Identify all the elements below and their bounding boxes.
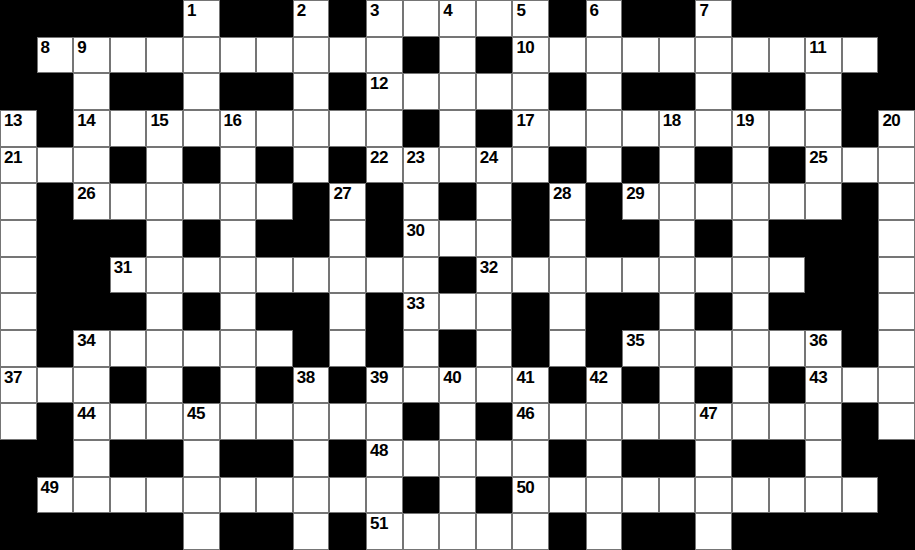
white-cell-r5c0[interactable] <box>0 183 37 220</box>
black-cell-r8c17 <box>622 293 659 330</box>
white-cell-r11c6[interactable] <box>220 403 257 440</box>
black-cell-r0c18 <box>659 0 696 37</box>
white-cell-r9c4[interactable] <box>146 330 183 367</box>
white-cell-r13c12[interactable] <box>439 477 476 514</box>
white-cell-r1c19[interactable] <box>695 37 732 74</box>
black-cell-r12c23 <box>842 440 879 477</box>
white-cell-r3c4[interactable]: 15 <box>146 110 183 147</box>
white-cell-r12c5[interactable] <box>183 440 220 477</box>
white-cell-r12c13[interactable] <box>476 440 513 477</box>
white-cell-r5c20[interactable] <box>732 183 769 220</box>
white-cell-r3c20[interactable]: 19 <box>732 110 769 147</box>
white-cell-r8c20[interactable] <box>732 293 769 330</box>
white-cell-r12c14[interactable] <box>512 440 549 477</box>
white-cell-r7c21[interactable] <box>769 257 806 294</box>
white-cell-r14c11[interactable] <box>403 513 440 550</box>
white-cell-r12c2[interactable] <box>73 440 110 477</box>
white-cell-r13c9[interactable] <box>329 477 366 514</box>
white-cell-r4c4[interactable] <box>146 147 183 184</box>
white-cell-r6c20[interactable] <box>732 220 769 257</box>
white-cell-r10c0[interactable]: 37 <box>0 367 37 404</box>
clue-number-44: 44 <box>77 404 95 423</box>
white-cell-r3c2[interactable]: 14 <box>73 110 110 147</box>
white-cell-r2c5[interactable] <box>183 73 220 110</box>
clue-number-23: 23 <box>407 148 425 167</box>
white-cell-r11c15[interactable] <box>549 403 586 440</box>
white-cell-r4c22[interactable]: 25 <box>805 147 842 184</box>
white-cell-r5c3[interactable] <box>110 183 147 220</box>
black-cell-r14c20 <box>732 513 769 550</box>
white-cell-r4c23[interactable] <box>842 147 879 184</box>
white-cell-r3c22[interactable] <box>805 110 842 147</box>
white-cell-r13c3[interactable] <box>110 477 147 514</box>
white-cell-r7c8[interactable] <box>293 257 330 294</box>
clue-number-6: 6 <box>590 1 599 20</box>
white-cell-r5c5[interactable] <box>183 183 220 220</box>
white-cell-r11c20[interactable] <box>732 403 769 440</box>
white-cell-r11c16[interactable] <box>586 403 623 440</box>
black-cell-r14c4 <box>146 513 183 550</box>
white-cell-r14c8[interactable] <box>293 513 330 550</box>
white-cell-r6c4[interactable] <box>146 220 183 257</box>
white-cell-r4c24[interactable] <box>878 147 915 184</box>
white-cell-r11c8[interactable] <box>293 403 330 440</box>
white-cell-r10c24[interactable] <box>878 367 915 404</box>
white-cell-r10c4[interactable] <box>146 367 183 404</box>
white-cell-r4c2[interactable] <box>73 147 110 184</box>
white-cell-r5c18[interactable] <box>659 183 696 220</box>
white-cell-r9c17[interactable]: 35 <box>622 330 659 367</box>
white-cell-r14c19[interactable] <box>695 513 732 550</box>
white-cell-r1c4[interactable] <box>146 37 183 74</box>
black-cell-r0c4 <box>146 0 183 37</box>
white-cell-r1c16[interactable] <box>586 37 623 74</box>
white-cell-r11c4[interactable] <box>146 403 183 440</box>
black-cell-r6c14 <box>512 220 549 257</box>
clue-number-13: 13 <box>4 111 22 130</box>
white-cell-r1c7[interactable] <box>256 37 293 74</box>
white-cell-r13c16[interactable] <box>586 477 623 514</box>
white-cell-r2c16[interactable] <box>586 73 623 110</box>
black-cell-r12c3 <box>110 440 147 477</box>
white-cell-r5c13[interactable] <box>476 183 513 220</box>
white-cell-r11c21[interactable] <box>769 403 806 440</box>
white-cell-r3c8[interactable] <box>293 110 330 147</box>
clue-number-41: 41 <box>516 368 534 387</box>
white-cell-r2c19[interactable] <box>695 73 732 110</box>
white-cell-r10c6[interactable] <box>220 367 257 404</box>
white-cell-r8c15[interactable] <box>549 293 586 330</box>
white-cell-r7c17[interactable] <box>622 257 659 294</box>
white-cell-r3c16[interactable] <box>586 110 623 147</box>
white-cell-r6c6[interactable] <box>220 220 257 257</box>
white-cell-r5c17[interactable]: 29 <box>622 183 659 220</box>
black-cell-r1c13 <box>476 37 513 74</box>
white-cell-r13c2[interactable] <box>73 477 110 514</box>
clue-number-42: 42 <box>590 368 608 387</box>
white-cell-r3c3[interactable] <box>110 110 147 147</box>
black-cell-r12c6 <box>220 440 257 477</box>
black-cell-r14c24 <box>878 513 915 550</box>
white-cell-r9c11[interactable] <box>403 330 440 367</box>
white-cell-r7c6[interactable] <box>220 257 257 294</box>
white-cell-r14c14[interactable] <box>512 513 549 550</box>
black-cell-r14c9 <box>329 513 366 550</box>
white-cell-r6c11[interactable]: 30 <box>403 220 440 257</box>
white-cell-r7c19[interactable] <box>695 257 732 294</box>
white-cell-r1c8[interactable] <box>293 37 330 74</box>
white-cell-r9c7[interactable] <box>256 330 293 367</box>
black-cell-r9c10 <box>366 330 403 367</box>
white-cell-r7c11[interactable] <box>403 257 440 294</box>
white-cell-r12c22[interactable] <box>805 440 842 477</box>
white-cell-r9c21[interactable] <box>769 330 806 367</box>
clue-number-10: 10 <box>516 38 534 57</box>
white-cell-r4c11[interactable]: 23 <box>403 147 440 184</box>
white-cell-r3c0[interactable]: 13 <box>0 110 37 147</box>
white-cell-r5c4[interactable] <box>146 183 183 220</box>
white-cell-r13c18[interactable] <box>659 477 696 514</box>
white-cell-r11c14[interactable]: 46 <box>512 403 549 440</box>
white-cell-r8c4[interactable] <box>146 293 183 330</box>
white-cell-r8c13[interactable] <box>476 293 513 330</box>
black-cell-r8c23 <box>842 293 879 330</box>
black-cell-r14c6 <box>220 513 257 550</box>
white-cell-r14c12[interactable] <box>439 513 476 550</box>
black-cell-r2c6 <box>220 73 257 110</box>
white-cell-r3c18[interactable]: 18 <box>659 110 696 147</box>
white-cell-r1c15[interactable] <box>549 37 586 74</box>
white-cell-r8c18[interactable] <box>659 293 696 330</box>
black-cell-r6c1 <box>37 220 74 257</box>
white-cell-r5c21[interactable] <box>769 183 806 220</box>
white-cell-r0c8[interactable]: 2 <box>293 0 330 37</box>
white-cell-r11c7[interactable] <box>256 403 293 440</box>
black-cell-r13c11 <box>403 477 440 514</box>
black-cell-r4c17 <box>622 147 659 184</box>
black-cell-r12c15 <box>549 440 586 477</box>
white-cell-r2c11[interactable] <box>403 73 440 110</box>
white-cell-r3c17[interactable] <box>622 110 659 147</box>
white-cell-r11c0[interactable] <box>0 403 37 440</box>
white-cell-r7c3[interactable]: 31 <box>110 257 147 294</box>
white-cell-r10c10[interactable]: 39 <box>366 367 403 404</box>
white-cell-r5c15[interactable]: 28 <box>549 183 586 220</box>
white-cell-r13c14[interactable]: 50 <box>512 477 549 514</box>
white-cell-r3c14[interactable]: 17 <box>512 110 549 147</box>
clue-number-38: 38 <box>297 368 315 387</box>
white-cell-r1c9[interactable] <box>329 37 366 74</box>
white-cell-r0c11[interactable] <box>403 0 440 37</box>
white-cell-r8c12[interactable] <box>439 293 476 330</box>
white-cell-r10c11[interactable] <box>403 367 440 404</box>
black-cell-r2c4 <box>146 73 183 110</box>
black-cell-r2c23 <box>842 73 879 110</box>
white-cell-r12c10[interactable]: 48 <box>366 440 403 477</box>
white-cell-r4c16[interactable] <box>586 147 623 184</box>
white-cell-r11c22[interactable] <box>805 403 842 440</box>
white-cell-r13c7[interactable] <box>256 477 293 514</box>
white-cell-r1c5[interactable] <box>183 37 220 74</box>
white-cell-r9c15[interactable] <box>549 330 586 367</box>
white-cell-r0c19[interactable]: 7 <box>695 0 732 37</box>
white-cell-r11c9[interactable] <box>329 403 366 440</box>
white-cell-r7c16[interactable] <box>586 257 623 294</box>
clue-number-11: 11 <box>809 38 826 57</box>
white-cell-r11c2[interactable]: 44 <box>73 403 110 440</box>
white-cell-r9c20[interactable] <box>732 330 769 367</box>
white-cell-r4c6[interactable] <box>220 147 257 184</box>
white-cell-r13c22[interactable] <box>805 477 842 514</box>
white-cell-r9c2[interactable]: 34 <box>73 330 110 367</box>
white-cell-r2c2[interactable] <box>73 73 110 110</box>
white-cell-r14c5[interactable] <box>183 513 220 550</box>
white-cell-r0c13[interactable] <box>476 0 513 37</box>
white-cell-r10c2[interactable] <box>73 367 110 404</box>
white-cell-r13c21[interactable] <box>769 477 806 514</box>
white-cell-r4c14[interactable] <box>512 147 549 184</box>
black-cell-r6c3 <box>110 220 147 257</box>
white-cell-r7c4[interactable] <box>146 257 183 294</box>
white-cell-r1c22[interactable]: 11 <box>805 37 842 74</box>
white-cell-r3c21[interactable] <box>769 110 806 147</box>
white-cell-r12c19[interactable] <box>695 440 732 477</box>
white-cell-r5c7[interactable] <box>256 183 293 220</box>
white-cell-r12c16[interactable] <box>586 440 623 477</box>
white-cell-r10c18[interactable] <box>659 367 696 404</box>
black-cell-r0c22 <box>805 0 842 37</box>
white-cell-r9c13[interactable] <box>476 330 513 367</box>
white-cell-r2c14[interactable] <box>512 73 549 110</box>
white-cell-r1c23[interactable] <box>842 37 879 74</box>
white-cell-r11c5[interactable]: 45 <box>183 403 220 440</box>
white-cell-r10c16[interactable]: 42 <box>586 367 623 404</box>
white-cell-r5c24[interactable] <box>878 183 915 220</box>
white-cell-r1c10[interactable] <box>366 37 403 74</box>
white-cell-r6c24[interactable] <box>878 220 915 257</box>
white-cell-r11c12[interactable] <box>439 403 476 440</box>
clue-number-29: 29 <box>626 184 644 203</box>
white-cell-r3c7[interactable] <box>256 110 293 147</box>
white-cell-r7c13[interactable]: 32 <box>476 257 513 294</box>
white-cell-r4c8[interactable] <box>293 147 330 184</box>
black-cell-r0c1 <box>37 0 74 37</box>
white-cell-r14c16[interactable] <box>586 513 623 550</box>
clue-number-48: 48 <box>370 441 388 460</box>
black-cell-r2c24 <box>878 73 915 110</box>
white-cell-r9c18[interactable] <box>659 330 696 367</box>
white-cell-r5c9[interactable]: 27 <box>329 183 366 220</box>
black-cell-r13c13 <box>476 477 513 514</box>
white-cell-r9c24[interactable] <box>878 330 915 367</box>
white-cell-r13c19[interactable] <box>695 477 732 514</box>
black-cell-r10c3 <box>110 367 147 404</box>
white-cell-r10c1[interactable] <box>37 367 74 404</box>
black-cell-r14c18 <box>659 513 696 550</box>
white-cell-r5c19[interactable] <box>695 183 732 220</box>
white-cell-r11c17[interactable] <box>622 403 659 440</box>
white-cell-r11c18[interactable] <box>659 403 696 440</box>
black-cell-r14c1 <box>37 513 74 550</box>
white-cell-r0c5[interactable]: 1 <box>183 0 220 37</box>
white-cell-r11c10[interactable] <box>366 403 403 440</box>
white-cell-r7c14[interactable] <box>512 257 549 294</box>
white-cell-r13c1[interactable]: 49 <box>37 477 74 514</box>
white-cell-r12c12[interactable] <box>439 440 476 477</box>
white-cell-r13c17[interactable] <box>622 477 659 514</box>
white-cell-r8c11[interactable]: 33 <box>403 293 440 330</box>
white-cell-r9c3[interactable] <box>110 330 147 367</box>
white-cell-r10c12[interactable]: 40 <box>439 367 476 404</box>
white-cell-r2c12[interactable] <box>439 73 476 110</box>
white-cell-r9c0[interactable] <box>0 330 37 367</box>
black-cell-r8c14 <box>512 293 549 330</box>
black-cell-r6c19 <box>695 220 732 257</box>
white-cell-r7c5[interactable] <box>183 257 220 294</box>
white-cell-r9c9[interactable] <box>329 330 366 367</box>
white-cell-r1c1[interactable]: 8 <box>37 37 74 74</box>
white-cell-r6c18[interactable] <box>659 220 696 257</box>
white-cell-r2c10[interactable]: 12 <box>366 73 403 110</box>
white-cell-r6c13[interactable] <box>476 220 513 257</box>
white-cell-r10c22[interactable]: 43 <box>805 367 842 404</box>
white-cell-r6c0[interactable] <box>0 220 37 257</box>
white-cell-r7c18[interactable] <box>659 257 696 294</box>
white-cell-r10c23[interactable] <box>842 367 879 404</box>
white-cell-r9c19[interactable] <box>695 330 732 367</box>
clue-number-49: 49 <box>41 478 59 497</box>
white-cell-r3c5[interactable] <box>183 110 220 147</box>
white-cell-r5c2[interactable]: 26 <box>73 183 110 220</box>
white-cell-r7c10[interactable] <box>366 257 403 294</box>
white-cell-r3c24[interactable]: 20 <box>878 110 915 147</box>
white-cell-r11c19[interactable]: 47 <box>695 403 732 440</box>
black-cell-r0c15 <box>549 0 586 37</box>
clue-number-24: 24 <box>480 148 498 167</box>
white-cell-r1c2[interactable]: 9 <box>73 37 110 74</box>
white-cell-r7c24[interactable] <box>878 257 915 294</box>
black-cell-r2c17 <box>622 73 659 110</box>
white-cell-r10c20[interactable] <box>732 367 769 404</box>
white-cell-r13c4[interactable] <box>146 477 183 514</box>
white-cell-r4c0[interactable]: 21 <box>0 147 37 184</box>
white-cell-r9c5[interactable] <box>183 330 220 367</box>
white-cell-r0c12[interactable]: 4 <box>439 0 476 37</box>
white-cell-r1c20[interactable] <box>732 37 769 74</box>
white-cell-r0c16[interactable]: 6 <box>586 0 623 37</box>
white-cell-r8c24[interactable] <box>878 293 915 330</box>
white-cell-r4c20[interactable] <box>732 147 769 184</box>
white-cell-r12c8[interactable] <box>293 440 330 477</box>
white-cell-r10c13[interactable] <box>476 367 513 404</box>
white-cell-r4c12[interactable] <box>439 147 476 184</box>
white-cell-r7c15[interactable] <box>549 257 586 294</box>
white-cell-r6c12[interactable] <box>439 220 476 257</box>
white-cell-r3c19[interactable] <box>695 110 732 147</box>
white-cell-r4c1[interactable] <box>37 147 74 184</box>
white-cell-r2c8[interactable] <box>293 73 330 110</box>
white-cell-r14c10[interactable]: 51 <box>366 513 403 550</box>
white-cell-r7c9[interactable] <box>329 257 366 294</box>
clue-number-19: 19 <box>736 111 754 130</box>
white-cell-r4c13[interactable]: 24 <box>476 147 513 184</box>
clue-number-5: 5 <box>516 1 525 20</box>
black-cell-r12c9 <box>329 440 366 477</box>
clue-number-27: 27 <box>333 184 351 203</box>
white-cell-r7c7[interactable] <box>256 257 293 294</box>
white-cell-r10c8[interactable]: 38 <box>293 367 330 404</box>
white-cell-r5c22[interactable] <box>805 183 842 220</box>
white-cell-r1c17[interactable] <box>622 37 659 74</box>
white-cell-r1c21[interactable] <box>769 37 806 74</box>
black-cell-r8c7 <box>256 293 293 330</box>
black-cell-r8c16 <box>586 293 623 330</box>
white-cell-r13c6[interactable] <box>220 477 257 514</box>
clue-number-39: 39 <box>370 368 388 387</box>
white-cell-r5c11[interactable] <box>403 183 440 220</box>
white-cell-r3c15[interactable] <box>549 110 586 147</box>
white-cell-r7c0[interactable] <box>0 257 37 294</box>
white-cell-r13c10[interactable] <box>366 477 403 514</box>
white-cell-r4c18[interactable] <box>659 147 696 184</box>
white-cell-r1c3[interactable] <box>110 37 147 74</box>
white-cell-r8c6[interactable] <box>220 293 257 330</box>
white-cell-r8c0[interactable] <box>0 293 37 330</box>
white-cell-r0c10[interactable]: 3 <box>366 0 403 37</box>
black-cell-r6c23 <box>842 220 879 257</box>
white-cell-r12c11[interactable] <box>403 440 440 477</box>
white-cell-r1c14[interactable]: 10 <box>512 37 549 74</box>
black-cell-r4c15 <box>549 147 586 184</box>
white-cell-r4c10[interactable]: 22 <box>366 147 403 184</box>
white-cell-r14c13[interactable] <box>476 513 513 550</box>
white-cell-r13c20[interactable] <box>732 477 769 514</box>
black-cell-r1c24 <box>878 37 915 74</box>
white-cell-r6c15[interactable] <box>549 220 586 257</box>
white-cell-r0c14[interactable]: 5 <box>512 0 549 37</box>
white-cell-r13c5[interactable] <box>183 477 220 514</box>
white-cell-r11c3[interactable] <box>110 403 147 440</box>
white-cell-r9c6[interactable] <box>220 330 257 367</box>
white-cell-r2c22[interactable] <box>805 73 842 110</box>
white-cell-r1c6[interactable] <box>220 37 257 74</box>
white-cell-r1c12[interactable] <box>439 37 476 74</box>
white-cell-r5c6[interactable] <box>220 183 257 220</box>
white-cell-r13c15[interactable] <box>549 477 586 514</box>
white-cell-r3c9[interactable] <box>329 110 366 147</box>
black-cell-r8c3 <box>110 293 147 330</box>
black-cell-r8c10 <box>366 293 403 330</box>
black-cell-r3c11 <box>403 110 440 147</box>
white-cell-r11c24[interactable] <box>878 403 915 440</box>
white-cell-r10c14[interactable]: 41 <box>512 367 549 404</box>
white-cell-r8c9[interactable] <box>329 293 366 330</box>
crossword-grid: 1234567891011121314151617181920212223242… <box>0 0 915 550</box>
white-cell-r13c8[interactable] <box>293 477 330 514</box>
white-cell-r7c20[interactable] <box>732 257 769 294</box>
black-cell-r12c18 <box>659 440 696 477</box>
white-cell-r13c23[interactable] <box>842 477 879 514</box>
white-cell-r6c9[interactable] <box>329 220 366 257</box>
white-cell-r1c18[interactable] <box>659 37 696 74</box>
white-cell-r3c12[interactable] <box>439 110 476 147</box>
white-cell-r2c13[interactable] <box>476 73 513 110</box>
black-cell-r6c17 <box>622 220 659 257</box>
white-cell-r9c22[interactable]: 36 <box>805 330 842 367</box>
white-cell-r3c6[interactable]: 16 <box>220 110 257 147</box>
black-cell-r1c11 <box>403 37 440 74</box>
white-cell-r3c10[interactable] <box>366 110 403 147</box>
